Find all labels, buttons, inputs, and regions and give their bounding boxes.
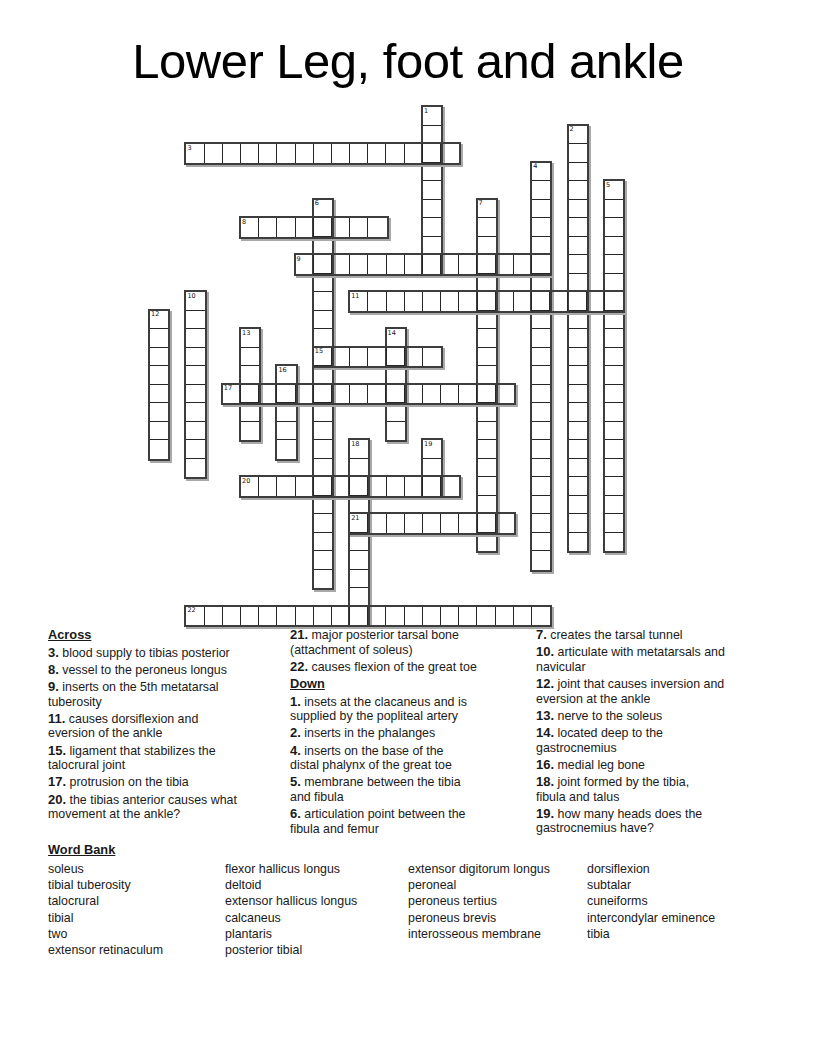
clue-across-3: 3. blood supply to tibias posterior bbox=[48, 646, 274, 661]
grid-cell bbox=[605, 218, 623, 237]
grid-cell bbox=[350, 144, 368, 163]
grid-number-7: 7 bbox=[479, 200, 483, 207]
clue-down-18: 18. joint formed by the tibia, fibula an… bbox=[536, 775, 788, 804]
grid-cell bbox=[332, 255, 350, 274]
grid-cell bbox=[368, 385, 386, 404]
grid-cell bbox=[387, 403, 405, 422]
word-bank-item: posterior tibial bbox=[225, 942, 357, 958]
grid-cell bbox=[569, 329, 587, 348]
clue-column-3: 7. creates the tarsal tunnel10. articula… bbox=[536, 628, 788, 838]
word-bank-item: peroneal bbox=[408, 877, 550, 893]
word-bank-header: Word Bank bbox=[48, 842, 788, 857]
clue-number: 15. bbox=[48, 743, 66, 758]
grid-cell bbox=[532, 200, 550, 219]
grid-number-1: 1 bbox=[424, 108, 428, 115]
grid-cell bbox=[569, 311, 587, 330]
grid-cell bbox=[314, 255, 332, 274]
grid-cell bbox=[386, 385, 404, 404]
grid-cell bbox=[350, 218, 368, 237]
clue-number: 22. bbox=[290, 659, 308, 674]
clue-across-22: 22. causes flexion of the great toe bbox=[290, 660, 530, 675]
grid-cell bbox=[569, 348, 587, 367]
grid-number-10: 10 bbox=[187, 293, 195, 300]
grid-cell bbox=[477, 255, 495, 274]
clue-across-20: 20. the tibias anterior causes what move… bbox=[48, 793, 274, 822]
clue-number: 11. bbox=[48, 711, 65, 726]
grid-cell bbox=[277, 607, 295, 626]
grid-cell bbox=[368, 255, 386, 274]
grid-cell bbox=[150, 385, 168, 404]
grid-cell bbox=[441, 385, 459, 404]
word-17-across bbox=[221, 383, 516, 406]
word-7-down bbox=[476, 198, 498, 554]
word-bank-item: flexor hallicus longus bbox=[225, 861, 357, 877]
word-bank-item: talocrural bbox=[48, 893, 163, 909]
grid-cell bbox=[314, 514, 332, 533]
clue-across-17: 17. protrusion on the tibia bbox=[48, 775, 274, 790]
grid-cell bbox=[259, 144, 277, 163]
grid-cell bbox=[350, 348, 368, 367]
clue-number: 21. bbox=[290, 627, 308, 642]
grid-cell bbox=[605, 477, 623, 496]
word-bank-column-2: flexor hallicus longusdeltoidextensor ha… bbox=[225, 861, 357, 958]
grid-cell bbox=[569, 163, 587, 182]
grid-cell bbox=[186, 440, 204, 459]
grid-cell bbox=[605, 496, 623, 515]
grid-cell bbox=[259, 477, 277, 496]
grid-cell bbox=[259, 385, 277, 404]
grid-cell bbox=[423, 385, 441, 404]
clue-down-16: 16. medial leg bone bbox=[536, 758, 788, 773]
grid-cell bbox=[569, 200, 587, 219]
word-9-across bbox=[294, 253, 553, 276]
word-16-down bbox=[275, 364, 297, 461]
word-bank-item: soleus bbox=[48, 861, 163, 877]
word-bank-item: cuneiforms bbox=[587, 893, 715, 909]
grid-cell bbox=[368, 218, 386, 237]
word-bank-item: tibial bbox=[48, 910, 163, 926]
clue-text: located deep to the gastrocnemius bbox=[536, 726, 663, 755]
grid-cell bbox=[532, 533, 550, 552]
word-22-across bbox=[184, 605, 552, 628]
grid-cell bbox=[532, 385, 550, 404]
clue-text: articulation point between the fibula an… bbox=[290, 807, 465, 836]
grid-cell bbox=[532, 551, 550, 570]
clue-number: 1. bbox=[290, 694, 301, 709]
grid-cell bbox=[478, 440, 496, 459]
grid-cell bbox=[405, 255, 423, 274]
word-bank-item: two bbox=[48, 926, 163, 942]
word-4-down bbox=[530, 161, 552, 572]
grid-cell bbox=[259, 218, 277, 237]
grid-cell bbox=[478, 329, 496, 348]
grid-cell bbox=[459, 292, 477, 311]
grid-cell bbox=[423, 348, 441, 367]
clue-text: inserts on the 5th metatarsal tuberosity bbox=[48, 680, 219, 709]
clue-down-2: 2. inserts in the phalanges bbox=[290, 726, 530, 741]
word-bank-item: calcaneus bbox=[225, 910, 357, 926]
grid-cell bbox=[387, 348, 405, 367]
grid-number-2: 2 bbox=[570, 126, 574, 133]
grid-cell bbox=[350, 570, 368, 589]
clue-text: creates the tarsal tunnel bbox=[547, 628, 683, 642]
clue-down-19: 19. how many heads does the gastrocnemiu… bbox=[536, 807, 788, 836]
grid-cell bbox=[241, 422, 259, 441]
grid-cell bbox=[405, 514, 423, 533]
grid-cell bbox=[423, 255, 441, 274]
grid-cell bbox=[605, 422, 623, 441]
grid-cell bbox=[186, 459, 204, 478]
grid-cell bbox=[514, 255, 532, 274]
grid-cell bbox=[332, 144, 350, 163]
grid-cell bbox=[478, 218, 496, 237]
clue-number: 3. bbox=[48, 645, 59, 660]
grid-cell bbox=[605, 311, 623, 330]
grid-cell bbox=[350, 533, 368, 552]
clue-number: 10. bbox=[536, 644, 554, 659]
word-bank-item: deltoid bbox=[225, 877, 357, 893]
grid-cell bbox=[368, 607, 386, 626]
grid-cell bbox=[605, 237, 623, 256]
grid-cell bbox=[532, 348, 550, 367]
word-2-down bbox=[567, 124, 589, 554]
grid-cell bbox=[150, 403, 168, 422]
grid-cell bbox=[605, 348, 623, 367]
grid-number-13: 13 bbox=[242, 330, 250, 337]
grid-number-3: 3 bbox=[187, 145, 191, 152]
grid-cell bbox=[241, 607, 259, 626]
grid-cell bbox=[368, 144, 386, 163]
grid-cell bbox=[277, 385, 295, 404]
grid-cell bbox=[569, 144, 587, 163]
grid-cell bbox=[314, 144, 332, 163]
grid-cell bbox=[587, 292, 605, 311]
clue-number: 8. bbox=[48, 662, 59, 677]
grid-cell bbox=[423, 477, 441, 496]
grid-cell bbox=[387, 255, 405, 274]
clue-number: 12. bbox=[536, 676, 554, 691]
grid-cell bbox=[605, 255, 623, 274]
clue-across-11: 11. causes dorsiflexion and eversion of … bbox=[48, 712, 274, 741]
grid-cell bbox=[186, 385, 204, 404]
clue-text: membrane between the tibia and fibula bbox=[290, 775, 461, 804]
grid-number-21: 21 bbox=[351, 515, 359, 522]
grid-cell bbox=[387, 292, 405, 311]
grid-cell bbox=[350, 477, 368, 496]
grid-cell bbox=[532, 607, 550, 626]
grid-cell bbox=[314, 274, 332, 293]
grid-cell bbox=[150, 366, 168, 385]
clue-text: major posterior tarsal bone (attachment … bbox=[290, 628, 459, 657]
clue-number: 6. bbox=[290, 806, 301, 821]
word-12-down bbox=[148, 309, 170, 461]
grid-cell bbox=[423, 200, 441, 219]
grid-cell bbox=[314, 551, 332, 570]
grid-cell bbox=[459, 514, 477, 533]
clue-across-9: 9. inserts on the 5th metatarsal tuberos… bbox=[48, 680, 274, 709]
grid-cell bbox=[569, 440, 587, 459]
word-11-across bbox=[348, 290, 625, 313]
clue-column-1: Across3. blood supply to tibias posterio… bbox=[48, 628, 274, 824]
grid-cell bbox=[532, 477, 550, 496]
grid-cell bbox=[459, 385, 477, 404]
word-bank-item: peroneus tertius bbox=[408, 893, 550, 909]
grid-cell bbox=[387, 514, 405, 533]
word-bank-column-3: extensor digitorum longusperonealperoneu… bbox=[408, 861, 550, 942]
grid-number-6: 6 bbox=[315, 200, 319, 207]
grid-cell bbox=[477, 607, 495, 626]
clue-number: 7. bbox=[536, 627, 547, 642]
grid-cell bbox=[423, 163, 441, 182]
clue-text: articulate with metatarsals and navicula… bbox=[536, 645, 725, 674]
word-10-down bbox=[184, 290, 206, 479]
grid-cell bbox=[441, 477, 459, 496]
grid-cell bbox=[532, 218, 550, 237]
clue-across-8: 8. vessel to the peroneus longus bbox=[48, 663, 274, 678]
word-bank-item: tibia bbox=[587, 926, 715, 942]
word-bank-column-4: dorsiflexionsubtalarcuneiformsintercondy… bbox=[587, 861, 715, 942]
grid-cell bbox=[605, 329, 623, 348]
grid-number-5: 5 bbox=[606, 182, 610, 189]
grid-cell bbox=[532, 255, 550, 274]
grid-cell bbox=[314, 385, 332, 404]
clue-down-14: 14. located deep to the gastrocnemius bbox=[536, 726, 788, 755]
grid-cell bbox=[350, 385, 368, 404]
grid-cell bbox=[186, 311, 204, 330]
grid-cell bbox=[423, 292, 441, 311]
grid-cell bbox=[605, 514, 623, 533]
clue-column-2: 21. major posterior tarsal bone (attachm… bbox=[290, 628, 530, 839]
grid-cell bbox=[241, 348, 259, 367]
grid-cell bbox=[332, 385, 350, 404]
grid-cell bbox=[441, 292, 459, 311]
word-21-across bbox=[348, 512, 516, 535]
grid-cell bbox=[496, 607, 514, 626]
grid-cell bbox=[350, 255, 368, 274]
word-bank-item: interosseous membrane bbox=[408, 926, 550, 942]
grid-cell bbox=[514, 607, 532, 626]
grid-cell bbox=[350, 551, 368, 570]
grid-cell bbox=[532, 514, 550, 533]
grid-number-22: 22 bbox=[187, 607, 195, 614]
clue-number: 9. bbox=[48, 679, 59, 694]
grid-cell bbox=[314, 292, 332, 311]
clue-text: how many heads does the gastrocnemius ha… bbox=[536, 807, 702, 836]
clue-text: insets at the clacaneus and is supplied … bbox=[290, 695, 467, 724]
grid-cell bbox=[205, 144, 223, 163]
grid-cell bbox=[405, 385, 423, 404]
grid-cell bbox=[605, 200, 623, 219]
grid-cell bbox=[532, 403, 550, 422]
grid-number-15: 15 bbox=[315, 348, 323, 355]
grid-cell bbox=[150, 348, 168, 367]
grid-cell bbox=[550, 292, 568, 311]
grid-cell bbox=[296, 144, 314, 163]
word-bank-item: extensor digitorum longus bbox=[408, 861, 550, 877]
grid-cell bbox=[186, 366, 204, 385]
grid-cell bbox=[532, 329, 550, 348]
grid-cell bbox=[423, 514, 441, 533]
word-8-across bbox=[239, 216, 389, 239]
grid-cell bbox=[459, 255, 477, 274]
grid-cell bbox=[186, 329, 204, 348]
word-bank-item: subtalar bbox=[587, 877, 715, 893]
grid-cell bbox=[241, 144, 259, 163]
grid-cell bbox=[150, 329, 168, 348]
clue-number: 19. bbox=[536, 806, 554, 821]
grid-cell bbox=[532, 459, 550, 478]
grid-cell bbox=[423, 218, 441, 237]
grid-cell bbox=[314, 607, 332, 626]
grid-cell bbox=[441, 514, 459, 533]
clue-text: the tibias anterior causes what movement… bbox=[48, 793, 237, 822]
word-bank-column-1: soleustibial tuberositytalocruraltibialt… bbox=[48, 861, 163, 958]
clue-text: causes dorsiflexion and eversion of the … bbox=[48, 712, 198, 741]
word-15-across bbox=[312, 346, 443, 369]
grid-cell bbox=[368, 292, 386, 311]
clue-down-4: 4. inserts on the base of the distal pha… bbox=[290, 744, 530, 773]
grid-cell bbox=[569, 366, 587, 385]
grid-cell bbox=[423, 181, 441, 200]
grid-cell bbox=[186, 348, 204, 367]
grid-cell bbox=[386, 144, 404, 163]
grid-cell bbox=[314, 533, 332, 552]
across-header: Across bbox=[48, 628, 274, 643]
grid-cell bbox=[259, 607, 277, 626]
down-header: Down bbox=[290, 677, 530, 692]
word-bank-item: peroneus brevis bbox=[408, 910, 550, 926]
grid-cell bbox=[478, 311, 496, 330]
word-bank-item: extensor hallicus longus bbox=[225, 893, 357, 909]
grid-cell bbox=[223, 144, 241, 163]
grid-cell bbox=[441, 144, 459, 163]
grid-cell bbox=[605, 292, 623, 311]
grid-cell bbox=[277, 218, 295, 237]
grid-cell bbox=[350, 607, 368, 626]
grid-cell bbox=[605, 533, 623, 552]
clue-down-7: 7. creates the tarsal tunnel bbox=[536, 628, 788, 643]
grid-cell bbox=[478, 403, 496, 422]
grid-cell bbox=[532, 292, 550, 311]
clue-down-12: 12. joint that causes inversion and ever… bbox=[536, 677, 788, 706]
grid-cell bbox=[332, 607, 350, 626]
grid-cell bbox=[569, 533, 587, 552]
grid-cell bbox=[605, 459, 623, 478]
grid-cell bbox=[277, 422, 295, 441]
clue-text: protrusion on the tibia bbox=[66, 775, 189, 789]
clue-text: inserts on the base of the distal phalyn… bbox=[290, 744, 452, 773]
grid-cell bbox=[569, 255, 587, 274]
grid-cell bbox=[296, 477, 314, 496]
clue-text: inserts in the phalanges bbox=[301, 726, 435, 740]
grid-cell bbox=[223, 607, 241, 626]
grid-number-19: 19 bbox=[424, 441, 432, 448]
grid-cell bbox=[569, 459, 587, 478]
grid-cell bbox=[405, 348, 423, 367]
grid-cell bbox=[150, 440, 168, 459]
grid-cell bbox=[569, 514, 587, 533]
grid-cell bbox=[459, 607, 477, 626]
grid-number-18: 18 bbox=[351, 441, 359, 448]
grid-cell bbox=[314, 477, 332, 496]
grid-number-14: 14 bbox=[388, 330, 396, 337]
grid-cell bbox=[296, 607, 314, 626]
clue-number: 5. bbox=[290, 774, 301, 789]
word-bank-item: plantaris bbox=[225, 926, 357, 942]
grid-cell bbox=[368, 348, 386, 367]
grid-cell bbox=[423, 144, 441, 163]
word-bank-item: dorsiflexion bbox=[587, 861, 715, 877]
clue-text: joint formed by the tibia, fibula and ta… bbox=[536, 775, 689, 804]
clue-number: 17. bbox=[48, 774, 66, 789]
grid-cell bbox=[314, 422, 332, 441]
grid-cell bbox=[496, 514, 514, 533]
grid-cell bbox=[532, 366, 550, 385]
clue-down-6: 6. articulation point between the fibula… bbox=[290, 807, 530, 836]
grid-cell bbox=[241, 385, 259, 404]
clue-down-13: 13. nerve to the soleus bbox=[536, 709, 788, 724]
grid-cell bbox=[296, 218, 314, 237]
grid-cell bbox=[532, 422, 550, 441]
grid-cell bbox=[332, 218, 350, 237]
grid-cell bbox=[532, 440, 550, 459]
word-1-down bbox=[421, 105, 443, 276]
grid-cell bbox=[532, 311, 550, 330]
grid-cell bbox=[387, 422, 405, 441]
grid-cell bbox=[569, 237, 587, 256]
clue-text: ligament that stabilizes the talocrural … bbox=[48, 744, 216, 773]
grid-cell bbox=[314, 440, 332, 459]
grid-cell bbox=[368, 514, 386, 533]
grid-cell bbox=[314, 570, 332, 589]
grid-cell bbox=[478, 514, 496, 533]
word-bank-item: intercondylar eminence bbox=[587, 910, 715, 926]
grid-cell bbox=[405, 607, 423, 626]
grid-cell bbox=[368, 477, 386, 496]
grid-cell bbox=[569, 385, 587, 404]
grid-cell bbox=[150, 422, 168, 441]
grid-cell bbox=[405, 292, 423, 311]
grid-cell bbox=[387, 477, 405, 496]
grid-cell bbox=[478, 292, 496, 311]
grid-cell bbox=[569, 403, 587, 422]
grid-cell bbox=[532, 496, 550, 515]
grid-cell bbox=[277, 440, 295, 459]
grid-number-11: 11 bbox=[351, 293, 359, 300]
clue-text: vessel to the peroneus longus bbox=[59, 663, 227, 677]
grid-cell bbox=[569, 496, 587, 515]
grid-cell bbox=[186, 422, 204, 441]
grid-cell bbox=[496, 292, 514, 311]
grid-number-17: 17 bbox=[224, 385, 232, 392]
grid-number-9: 9 bbox=[297, 256, 301, 263]
grid-cell bbox=[605, 403, 623, 422]
grid-number-4: 4 bbox=[533, 163, 537, 170]
grid-cell bbox=[569, 181, 587, 200]
grid-cell bbox=[514, 292, 532, 311]
grid-cell bbox=[478, 348, 496, 367]
grid-cell bbox=[569, 477, 587, 496]
grid-cell bbox=[478, 477, 496, 496]
grid-cell bbox=[605, 366, 623, 385]
grid-cell bbox=[277, 144, 295, 163]
word-20-across bbox=[239, 475, 461, 498]
word-bank-item: tibial tuberosity bbox=[48, 877, 163, 893]
grid-cell bbox=[478, 459, 496, 478]
clue-text: causes flexion of the great toe bbox=[308, 660, 477, 674]
clue-text: blood supply to tibias posterior bbox=[59, 646, 230, 660]
grid-cell bbox=[478, 422, 496, 441]
